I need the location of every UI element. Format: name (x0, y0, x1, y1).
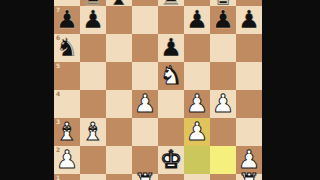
square-h7[interactable]: ♟ (236, 6, 262, 34)
white-bishop[interactable]: ♝ (54, 118, 80, 146)
square-f7[interactable]: ♟ (184, 6, 210, 34)
square-b2[interactable] (80, 146, 106, 174)
square-f6[interactable] (184, 34, 210, 62)
square-f2[interactable] (184, 146, 210, 174)
square-a2[interactable]: 2♟ (54, 146, 80, 174)
chess-board: 8♜♝♜♚7♟♟♟♟♟6♞♟5♞4♟♟♟3♝♝♟2♟♚♟1♜♜ (54, 0, 262, 180)
white-pawn[interactable]: ♟ (184, 118, 210, 146)
square-g4[interactable]: ♟ (210, 90, 236, 118)
black-pawn[interactable]: ♟ (80, 6, 106, 34)
square-c4[interactable] (106, 90, 132, 118)
square-g1[interactable] (210, 174, 236, 180)
black-pawn[interactable]: ♟ (184, 6, 210, 34)
black-pawn[interactable]: ♟ (236, 6, 262, 34)
black-knight[interactable]: ♞ (54, 34, 80, 62)
square-g2[interactable] (210, 146, 236, 174)
square-a6[interactable]: 6♞ (54, 34, 80, 62)
square-f3[interactable]: ♟ (184, 118, 210, 146)
square-b4[interactable] (80, 90, 106, 118)
square-c2[interactable] (106, 146, 132, 174)
white-knight[interactable]: ♞ (158, 62, 184, 90)
square-c6[interactable] (106, 34, 132, 62)
square-c1[interactable] (106, 174, 132, 180)
square-h1[interactable]: ♜ (236, 174, 262, 180)
letterbox-left (0, 0, 54, 180)
square-d4[interactable]: ♟ (132, 90, 158, 118)
square-g7[interactable]: ♟ (210, 6, 236, 34)
square-d3[interactable] (132, 118, 158, 146)
square-e7[interactable] (158, 6, 184, 34)
square-b3[interactable]: ♝ (80, 118, 106, 146)
square-d5[interactable] (132, 62, 158, 90)
square-e1[interactable] (158, 174, 184, 180)
square-a4[interactable]: 4 (54, 90, 80, 118)
square-h4[interactable] (236, 90, 262, 118)
square-g5[interactable] (210, 62, 236, 90)
white-rook[interactable]: ♜ (236, 169, 262, 180)
square-c7[interactable] (106, 6, 132, 34)
square-a7[interactable]: 7♟ (54, 6, 80, 34)
white-pawn[interactable]: ♟ (184, 90, 210, 118)
white-bishop[interactable]: ♝ (80, 118, 106, 146)
square-e4[interactable] (158, 90, 184, 118)
square-c5[interactable] (106, 62, 132, 90)
letterbox-right (262, 0, 320, 180)
white-pawn[interactable]: ♟ (210, 90, 236, 118)
rank-label-1: 1 (56, 175, 60, 180)
square-h5[interactable] (236, 62, 262, 90)
black-pawn[interactable]: ♟ (210, 6, 236, 34)
black-pawn[interactable]: ♟ (158, 34, 184, 62)
square-b5[interactable] (80, 62, 106, 90)
square-b7[interactable]: ♟ (80, 6, 106, 34)
square-h3[interactable] (236, 118, 262, 146)
white-pawn[interactable]: ♟ (132, 90, 158, 118)
white-pawn[interactable]: ♟ (54, 146, 80, 174)
square-e6[interactable]: ♟ (158, 34, 184, 62)
square-f5[interactable] (184, 62, 210, 90)
app-window: 8♜♝♜♚7♟♟♟♟♟6♞♟5♞4♟♟♟3♝♝♟2♟♚♟1♜♜ (0, 0, 320, 180)
square-g3[interactable] (210, 118, 236, 146)
square-b6[interactable] (80, 34, 106, 62)
white-king[interactable]: ♚ (158, 146, 184, 174)
rank-label-5: 5 (56, 63, 60, 69)
square-b1[interactable] (80, 174, 106, 180)
square-f4[interactable]: ♟ (184, 90, 210, 118)
white-rook[interactable]: ♜ (132, 169, 158, 180)
square-d1[interactable]: ♜ (132, 174, 158, 180)
square-a1[interactable]: 1 (54, 174, 80, 180)
square-h6[interactable] (236, 34, 262, 62)
square-c3[interactable] (106, 118, 132, 146)
square-f1[interactable] (184, 174, 210, 180)
square-g6[interactable] (210, 34, 236, 62)
square-d6[interactable] (132, 34, 158, 62)
rank-label-4: 4 (56, 91, 60, 97)
black-pawn[interactable]: ♟ (54, 6, 80, 34)
square-e5[interactable]: ♞ (158, 62, 184, 90)
square-e2[interactable]: ♚ (158, 146, 184, 174)
square-a3[interactable]: 3♝ (54, 118, 80, 146)
square-a5[interactable]: 5 (54, 62, 80, 90)
square-d7[interactable] (132, 6, 158, 34)
square-e3[interactable] (158, 118, 184, 146)
